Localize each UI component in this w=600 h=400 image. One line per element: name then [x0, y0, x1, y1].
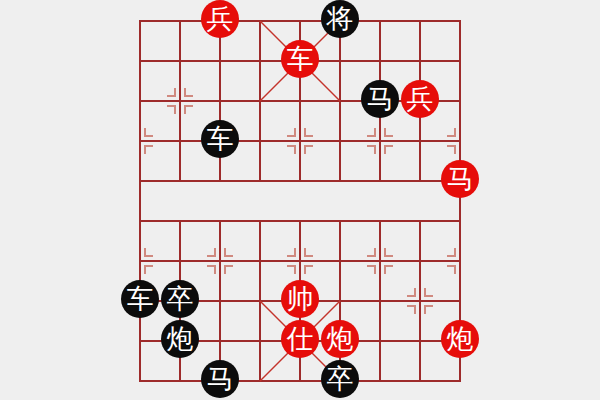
- point-marker: [407, 288, 416, 297]
- piece-red-advisor[interactable]: 仕: [281, 320, 319, 358]
- point-marker: [167, 105, 176, 114]
- point-marker: [367, 145, 376, 154]
- point-marker: [304, 128, 313, 137]
- piece-red-cannon[interactable]: 炮: [441, 320, 479, 358]
- point-marker: [224, 265, 233, 274]
- point-marker: [144, 145, 153, 154]
- piece-red-soldier[interactable]: 兵: [401, 80, 439, 118]
- piece-black-chariot[interactable]: 车: [121, 280, 159, 318]
- point-marker: [144, 265, 153, 274]
- xiangqi-screenshot: 兵将车马兵车马车卒帅炮仕炮炮马卒: [0, 0, 600, 400]
- point-marker: [367, 248, 376, 257]
- piece-glyph: 帅: [287, 280, 314, 318]
- point-marker: [304, 265, 313, 274]
- point-marker: [367, 265, 376, 274]
- piece-red-cannon[interactable]: 炮: [321, 320, 359, 358]
- point-marker: [384, 248, 393, 257]
- piece-glyph: 卒: [167, 280, 194, 318]
- point-marker: [367, 128, 376, 137]
- point-marker: [287, 248, 296, 257]
- point-marker: [144, 248, 153, 257]
- point-marker: [144, 128, 153, 137]
- point-marker: [224, 248, 233, 257]
- point-marker: [207, 248, 216, 257]
- piece-glyph: 马: [367, 80, 394, 118]
- point-marker: [447, 145, 456, 154]
- point-marker: [304, 248, 313, 257]
- point-marker: [184, 105, 193, 114]
- piece-black-soldier[interactable]: 卒: [321, 360, 359, 398]
- point-marker: [304, 145, 313, 154]
- point-marker: [424, 288, 433, 297]
- piece-red-soldier[interactable]: 兵: [201, 0, 239, 38]
- piece-black-general[interactable]: 将: [321, 0, 359, 38]
- piece-glyph: 车: [287, 40, 314, 78]
- piece-black-cannon[interactable]: 炮: [161, 320, 199, 358]
- point-marker: [447, 265, 456, 274]
- point-marker: [424, 305, 433, 314]
- point-marker: [184, 88, 193, 97]
- point-marker: [287, 145, 296, 154]
- point-marker: [447, 128, 456, 137]
- piece-black-horse[interactable]: 马: [201, 360, 239, 398]
- point-marker: [384, 145, 393, 154]
- piece-glyph: 炮: [167, 320, 194, 358]
- point-marker: [447, 248, 456, 257]
- piece-glyph: 马: [447, 160, 474, 198]
- xiangqi-board: 兵将车马兵车马车卒帅炮仕炮炮马卒: [140, 21, 460, 381]
- piece-glyph: 卒: [327, 360, 354, 398]
- piece-black-chariot[interactable]: 车: [201, 120, 239, 158]
- point-marker: [407, 305, 416, 314]
- piece-glyph: 炮: [447, 320, 474, 358]
- piece-glyph: 仕: [287, 320, 314, 358]
- piece-glyph: 马: [207, 360, 234, 398]
- piece-black-horse[interactable]: 马: [361, 80, 399, 118]
- piece-glyph: 炮: [327, 320, 354, 358]
- point-marker: [287, 265, 296, 274]
- point-marker: [167, 88, 176, 97]
- point-marker: [384, 128, 393, 137]
- piece-red-horse[interactable]: 马: [441, 160, 479, 198]
- piece-red-general[interactable]: 帅: [281, 280, 319, 318]
- piece-glyph: 兵: [207, 0, 234, 38]
- point-marker: [287, 128, 296, 137]
- piece-glyph: 车: [127, 280, 154, 318]
- piece-glyph: 将: [327, 0, 354, 38]
- piece-glyph: 车: [207, 120, 234, 158]
- point-marker: [207, 265, 216, 274]
- point-marker: [384, 265, 393, 274]
- piece-red-chariot[interactable]: 车: [281, 40, 319, 78]
- piece-glyph: 兵: [407, 80, 434, 118]
- piece-black-soldier[interactable]: 卒: [161, 280, 199, 318]
